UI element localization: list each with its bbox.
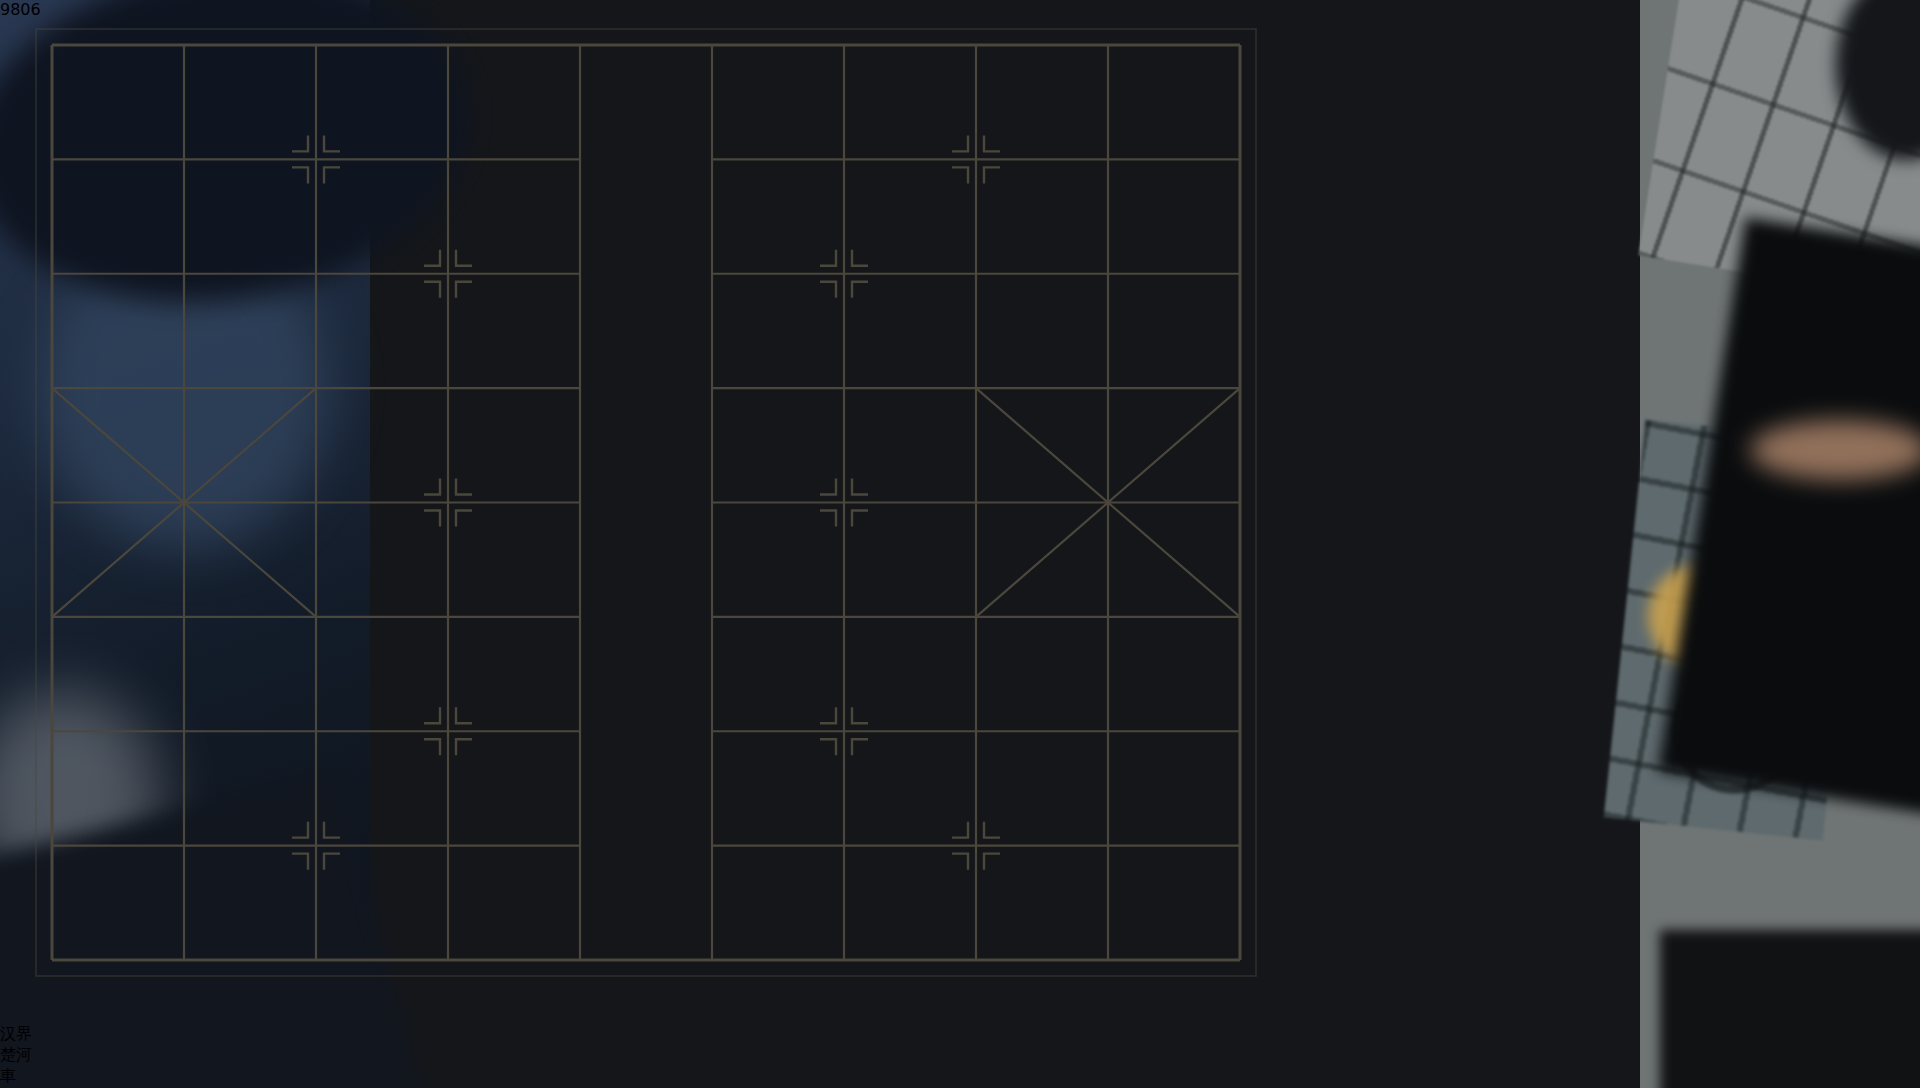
pieces-layer: 車象士將士象馬車馬炮炮卒卒卒卒卒車馬相仕帥仕相車炮馬炮兵兵兵兵兵	[0, 1066, 1330, 1088]
river-label-han-jie: 汉界	[0, 1024, 1330, 1045]
right-player-skin	[1750, 420, 1920, 480]
piece-glyph: 車	[0, 1066, 16, 1085]
river-label-chu-he: 楚河	[0, 1045, 1330, 1066]
board-grid	[0, 0, 1330, 1020]
street-xiangqi-photo: 9806 汉界 楚河 車象士將士象馬車馬炮炮卒卒卒卒卒車馬相仕帥仕相車炮馬炮兵兵…	[0, 0, 1920, 1088]
xiangqi-board[interactable]: 汉界 楚河 車象士將士象馬車馬炮炮卒卒卒卒卒車馬相仕帥仕相車炮馬炮兵兵兵兵兵	[0, 0, 1330, 1088]
piece-black-chariot[interactable]: 車	[0, 1066, 1330, 1087]
